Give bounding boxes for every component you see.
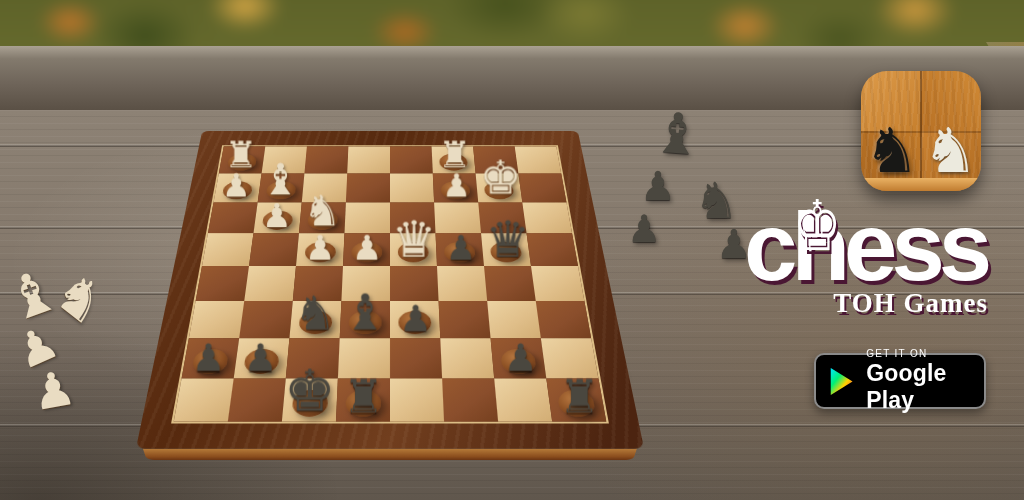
badge-line2: Google Play [866,360,984,414]
square-e8: ♜ [336,378,390,421]
piece-bP-b7: ♟ [503,339,537,377]
square-c6 [439,301,491,338]
square-h6 [189,301,244,338]
square-c7 [440,338,494,378]
square-h4 [202,233,253,266]
piece-wP-f4: ♟ [304,231,334,265]
square-h7: ♟ [182,338,240,378]
publisher-name: TOH Games [746,288,988,319]
piece-bP-g7: ♟ [243,339,277,377]
square-a8: ♜ [546,378,606,421]
square-a6 [536,301,591,338]
square-a5 [531,266,584,301]
square-b6 [487,301,541,338]
square-b7: ♟ [491,338,547,378]
square-c5 [437,266,487,301]
square-e4: ♟ [343,233,390,266]
square-h3 [208,203,258,234]
square-g8 [228,378,286,421]
board-grid: ♜♜♟♝♟♚♟♞♟♟♛♟♛♞♝♟♟♟♟♚♜♜ [171,145,609,423]
square-c2: ♟ [433,174,478,203]
square-f6: ♞ [289,301,341,338]
badge-line1: GET IT ON [866,348,984,359]
square-b2: ♚ [476,174,523,203]
square-d5 [390,266,439,301]
piece-bB-e6: ♝ [343,288,387,337]
square-f4: ♟ [296,233,344,266]
square-h5 [196,266,249,301]
white-knight-icon: ♞ [922,120,978,182]
piece-wP-g3: ♟ [262,199,291,232]
piece-bQ-b4: ♛ [485,215,530,265]
square-d2 [390,174,434,203]
square-g3: ♟ [253,203,301,234]
badge-text: GET IT ON Google Play [866,348,984,414]
square-e1 [347,146,390,173]
square-g5 [244,266,296,301]
chessboard-scene: ♜♜♟♝♟♚♟♞♟♟♛♟♛♞♝♟♟♟♟♚♜♜ [118,66,662,466]
piece-bR-e8: ♜ [342,374,383,420]
piece-wQ-d4: ♛ [391,215,436,265]
square-b5 [484,266,536,301]
piece-wB-g2: ♝ [261,158,300,201]
square-f1 [304,146,348,173]
piece-wK-b2: ♚ [479,154,521,201]
square-c4: ♟ [436,233,484,266]
piece-bK-f8: ♚ [283,362,334,419]
piece-wP-e4: ♟ [351,231,381,265]
square-g6 [239,301,293,338]
promo-banner: ♜♜♟♝♟♚♟♞♟♟♛♟♛♞♝♟♟♟♟♚♜♜ ♝♞♟♟ ♝♟♞♟♟ ♞ ♞ ch… [0,0,1024,500]
square-c8 [442,378,498,421]
square-d8 [390,378,444,421]
piece-bR-a8: ♜ [558,374,599,420]
black-knight-icon: ♞ [864,120,920,182]
square-e2 [346,174,390,203]
piece-wP-h2: ♟ [221,169,250,201]
square-a2 [518,174,566,203]
piece-bP-h7: ♟ [191,339,225,377]
piece-bN-f6: ♞ [294,290,336,337]
app-icon[interactable]: ♞ ♞ [861,71,981,191]
piece-bP-d6: ♟ [399,300,432,336]
square-d4: ♛ [390,233,437,266]
piece-wN-f3: ♞ [303,189,341,232]
square-d6: ♟ [390,301,440,338]
square-g4 [249,233,299,266]
piece-bP-c4: ♟ [445,231,475,265]
square-h2: ♟ [214,174,262,203]
square-h8 [174,378,234,421]
piece-wP-c2: ♟ [442,169,471,201]
app-title-text: chess [744,193,986,300]
square-g7: ♟ [234,338,290,378]
king-icon: ♚ [793,192,841,262]
square-e6: ♝ [340,301,390,338]
chess-board: ♜♜♟♝♟♚♟♞♟♟♛♟♛♞♝♟♟♟♟♚♜♜ [136,131,644,449]
square-f8: ♚ [282,378,338,421]
square-d1 [390,146,433,173]
square-b8 [494,378,552,421]
google-play-badge[interactable]: GET IT ON Google Play [814,353,986,409]
square-a4 [527,233,578,266]
square-d7 [390,338,442,378]
play-triangle-icon [829,365,855,398]
square-b4: ♛ [481,233,531,266]
